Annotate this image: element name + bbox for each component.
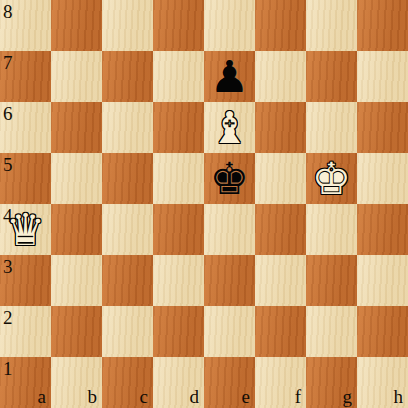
square-d7[interactable]: [153, 51, 204, 102]
file-label-g: g: [343, 387, 353, 406]
square-h3[interactable]: [357, 255, 408, 306]
square-e4[interactable]: [204, 204, 255, 255]
square-f8[interactable]: [255, 0, 306, 51]
square-g5[interactable]: ♚: [306, 153, 357, 204]
rank-label-3: 3: [3, 257, 13, 276]
square-b2[interactable]: [51, 306, 102, 357]
square-a8[interactable]: 8: [0, 0, 51, 51]
rank-label-8: 8: [3, 2, 13, 21]
square-h6[interactable]: [357, 102, 408, 153]
square-a7[interactable]: 7: [0, 51, 51, 102]
square-h8[interactable]: [357, 0, 408, 51]
square-a1[interactable]: 1a: [0, 357, 51, 408]
white-king-piece[interactable]: ♚: [306, 153, 357, 204]
square-g4[interactable]: [306, 204, 357, 255]
rank-label-6: 6: [3, 104, 13, 123]
file-label-c: c: [140, 387, 148, 406]
square-d8[interactable]: [153, 0, 204, 51]
square-f4[interactable]: [255, 204, 306, 255]
square-b1[interactable]: b: [51, 357, 102, 408]
square-c1[interactable]: c: [102, 357, 153, 408]
square-a6[interactable]: 6: [0, 102, 51, 153]
square-h1[interactable]: h: [357, 357, 408, 408]
square-c5[interactable]: [102, 153, 153, 204]
file-label-a: a: [38, 387, 46, 406]
file-label-e: e: [242, 387, 250, 406]
chess-board: 87♟6♝5♚♚♛4321abcdefgh: [0, 0, 408, 408]
square-c4[interactable]: [102, 204, 153, 255]
square-g7[interactable]: [306, 51, 357, 102]
square-b8[interactable]: [51, 0, 102, 51]
square-f7[interactable]: [255, 51, 306, 102]
square-a4[interactable]: ♛4: [0, 204, 51, 255]
square-g1[interactable]: g: [306, 357, 357, 408]
square-e3[interactable]: [204, 255, 255, 306]
square-e8[interactable]: [204, 0, 255, 51]
square-b4[interactable]: [51, 204, 102, 255]
square-c8[interactable]: [102, 0, 153, 51]
square-b3[interactable]: [51, 255, 102, 306]
square-c2[interactable]: [102, 306, 153, 357]
square-e7[interactable]: ♟: [204, 51, 255, 102]
square-a5[interactable]: 5: [0, 153, 51, 204]
square-d2[interactable]: [153, 306, 204, 357]
black-pawn-piece[interactable]: ♟: [204, 51, 255, 102]
square-b7[interactable]: [51, 51, 102, 102]
square-c3[interactable]: [102, 255, 153, 306]
rank-label-5: 5: [3, 155, 13, 174]
rank-label-1: 1: [3, 359, 13, 378]
square-d6[interactable]: [153, 102, 204, 153]
square-e6[interactable]: ♝: [204, 102, 255, 153]
file-label-d: d: [190, 387, 200, 406]
square-f3[interactable]: [255, 255, 306, 306]
file-label-b: b: [88, 387, 98, 406]
square-e5[interactable]: ♚: [204, 153, 255, 204]
square-h5[interactable]: [357, 153, 408, 204]
square-h2[interactable]: [357, 306, 408, 357]
square-b6[interactable]: [51, 102, 102, 153]
square-c7[interactable]: [102, 51, 153, 102]
square-d4[interactable]: [153, 204, 204, 255]
square-h4[interactable]: [357, 204, 408, 255]
rank-label-4: 4: [3, 206, 13, 225]
rank-label-7: 7: [3, 53, 13, 72]
square-d3[interactable]: [153, 255, 204, 306]
square-h7[interactable]: [357, 51, 408, 102]
square-g8[interactable]: [306, 0, 357, 51]
chessboard-stage: 87♟6♝5♚♚♛4321abcdefgh: [0, 0, 408, 408]
square-a2[interactable]: 2: [0, 306, 51, 357]
square-c6[interactable]: [102, 102, 153, 153]
square-f1[interactable]: f: [255, 357, 306, 408]
square-g3[interactable]: [306, 255, 357, 306]
square-d5[interactable]: [153, 153, 204, 204]
rank-label-2: 2: [3, 308, 13, 327]
square-e2[interactable]: [204, 306, 255, 357]
square-f2[interactable]: [255, 306, 306, 357]
square-d1[interactable]: d: [153, 357, 204, 408]
square-f5[interactable]: [255, 153, 306, 204]
square-g6[interactable]: [306, 102, 357, 153]
black-king-piece[interactable]: ♚: [204, 153, 255, 204]
square-a3[interactable]: 3: [0, 255, 51, 306]
file-label-f: f: [295, 387, 301, 406]
square-b5[interactable]: [51, 153, 102, 204]
square-g2[interactable]: [306, 306, 357, 357]
white-bishop-piece[interactable]: ♝: [204, 102, 255, 153]
square-e1[interactable]: e: [204, 357, 255, 408]
file-label-h: h: [394, 387, 404, 406]
square-f6[interactable]: [255, 102, 306, 153]
